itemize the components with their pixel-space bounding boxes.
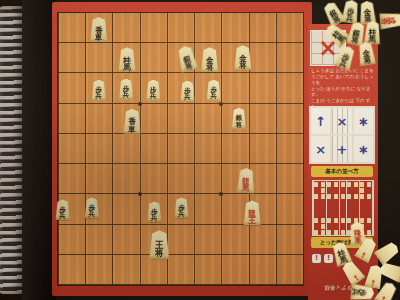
- piece-kanji: ↑: [369, 279, 377, 288]
- setup-mini-piece: [347, 182, 351, 187]
- piece-movement-card: ↑×∗×+∗: [309, 106, 375, 164]
- exclamation-icon: !: [312, 254, 321, 263]
- exclamation-icon: !: [324, 254, 333, 263]
- square-r3c1[interactable]: [58, 73, 85, 103]
- square-r1c3[interactable]: [112, 13, 139, 43]
- setup-mini-piece: [334, 194, 338, 199]
- movement-diagram: ↑: [311, 108, 330, 134]
- square-r3c7[interactable]: [221, 73, 248, 103]
- board-grid: 香車桂馬銀将金将金将歩兵歩兵歩兵歩兵歩兵香車銀将龍馬歩兵歩兵歩兵歩兵龍王王将: [58, 13, 303, 285]
- square-r5c6[interactable]: [194, 134, 221, 164]
- square-r7c3[interactable]: [112, 194, 139, 224]
- piece-kanji: 将: [236, 121, 243, 127]
- piece-kanji: 兵: [96, 93, 103, 99]
- square-r9c2[interactable]: [85, 255, 112, 285]
- star-point: [138, 102, 142, 106]
- square-r2c4[interactable]: [140, 43, 167, 73]
- movement-arrow-glyph: ∗: [358, 143, 369, 156]
- setup-mini-piece: [334, 182, 338, 187]
- square-r1c4[interactable]: [140, 13, 167, 43]
- setup-mini-piece: [321, 194, 325, 199]
- movement-arrow-glyph: ∗: [358, 115, 369, 128]
- piece-kanji: 将: [206, 64, 214, 71]
- movement-arrow-glyph: ×: [337, 115, 348, 128]
- setup-mini-piece: [354, 194, 358, 199]
- square-r4c5[interactable]: [167, 104, 194, 134]
- setup-mini-piece: [341, 230, 345, 235]
- square-r9c5[interactable]: [167, 255, 194, 285]
- piece-kanji: 将: [184, 62, 193, 71]
- square-r8c3[interactable]: [112, 225, 139, 255]
- square-r4c8[interactable]: [249, 104, 276, 134]
- square-r7c9[interactable]: [276, 194, 303, 224]
- shogi-piece-歩兵[interactable]: 歩兵: [340, 0, 360, 24]
- piece-kanji: 兵: [150, 93, 157, 99]
- square-r8c1[interactable]: [58, 225, 85, 255]
- square-r2c9[interactable]: [276, 43, 303, 73]
- setup-mini-piece: [327, 218, 331, 223]
- setup-mini-piece: [314, 218, 318, 223]
- square-r8c2[interactable]: [85, 225, 112, 255]
- piece-kanji: 兵: [184, 94, 191, 100]
- starting-setup-diagram: [312, 180, 374, 236]
- square-r2c1[interactable]: [58, 43, 85, 73]
- piece-kanji: 将: [350, 36, 359, 45]
- piece-kanji: 兵: [345, 14, 353, 22]
- setup-mini-piece: [321, 224, 325, 229]
- setup-mini-piece: [334, 218, 338, 223]
- setup-mini-piece: [354, 218, 358, 223]
- movement-diagram: +: [332, 136, 351, 162]
- square-r5c8[interactable]: [249, 134, 276, 164]
- setup-mini-piece: [341, 194, 345, 199]
- square-r6c4[interactable]: [140, 164, 167, 194]
- setup-mini-piece: [321, 182, 325, 187]
- square-r5c2[interactable]: [85, 134, 112, 164]
- setup-mini-piece: [314, 194, 318, 199]
- piece-kanji: 将: [239, 62, 247, 69]
- square-r5c4[interactable]: [140, 134, 167, 164]
- shogi-board: 香車桂馬銀将金将金将歩兵歩兵歩兵歩兵歩兵香車銀将龍馬歩兵歩兵歩兵歩兵龍王王将: [52, 2, 312, 296]
- square-r8c9[interactable]: [276, 225, 303, 255]
- square-r4c1[interactable]: [58, 104, 85, 134]
- movement-arrow-glyph: +: [337, 143, 348, 156]
- setup-mini-piece: [327, 182, 331, 187]
- square-r6c6[interactable]: [194, 164, 221, 194]
- piece-kanji: ↑: [351, 273, 360, 283]
- square-r5c9[interactable]: [276, 134, 303, 164]
- setup-mini-piece: [347, 230, 351, 235]
- setup-mini-piece: [367, 230, 371, 235]
- piece-kanji: 車: [354, 236, 362, 244]
- setup-mini-piece: [360, 194, 364, 199]
- setup-mini-piece: [367, 218, 371, 223]
- square-r4c6[interactable]: [194, 104, 221, 134]
- setup-mini-piece: [360, 182, 364, 187]
- square-r5c3[interactable]: [112, 134, 139, 164]
- setup-mini-piece: [360, 218, 364, 223]
- square-r9c6[interactable]: [194, 255, 221, 285]
- piece-kanji: 馬: [368, 35, 376, 43]
- square-r4c4[interactable]: [140, 104, 167, 134]
- piece-kanji: 馬: [123, 64, 131, 71]
- square-r1c9[interactable]: [276, 13, 303, 43]
- square-r9c7[interactable]: [221, 255, 248, 285]
- piece-kanji: 兵: [123, 92, 130, 98]
- square-r6c2[interactable]: [85, 164, 112, 194]
- square-r5c5[interactable]: [167, 134, 194, 164]
- square-r8c8[interactable]: [249, 225, 276, 255]
- setup-mini-piece: [321, 218, 325, 223]
- piece-kanji: 馬: [242, 185, 250, 193]
- setup-mini-piece: [347, 218, 351, 223]
- setup-mini-piece: [347, 194, 351, 199]
- square-r8c7[interactable]: [221, 225, 248, 255]
- piece-kanji: 将: [331, 15, 341, 25]
- setup-mini-piece: [341, 218, 345, 223]
- piece-kanji: 将: [363, 56, 371, 64]
- rules-text: しょうぎは おたがいに こまを うごかして あいての おうしょうを とった ほう…: [311, 68, 375, 104]
- square-r4c2[interactable]: [85, 104, 112, 134]
- square-r4c9[interactable]: [276, 104, 303, 134]
- square-r1c8[interactable]: [249, 13, 276, 43]
- square-r1c6[interactable]: [194, 13, 221, 43]
- setup-mini-piece: [321, 188, 325, 193]
- movement-diagram: ×: [311, 136, 330, 162]
- square-r6c9[interactable]: [276, 164, 303, 194]
- setup-mini-piece: [354, 182, 358, 187]
- setup-mini-piece: [327, 194, 331, 199]
- board-case-edge: [22, 0, 56, 300]
- square-r3c8[interactable]: [249, 73, 276, 103]
- movement-diagram: ×: [332, 108, 351, 134]
- setup-mini-piece: [341, 182, 345, 187]
- square-r1c1[interactable]: [58, 13, 85, 43]
- piece-kanji: 兵: [210, 93, 217, 99]
- square-r8c5[interactable]: [167, 225, 194, 255]
- setup-mini-piece: [314, 182, 318, 187]
- piece-kanji: 車: [128, 125, 136, 132]
- setup-mini-piece: [360, 188, 364, 193]
- square-r6c5[interactable]: [167, 164, 194, 194]
- square-r6c3[interactable]: [112, 164, 139, 194]
- setup-mini-piece: [334, 230, 338, 235]
- square-r9c3[interactable]: [112, 255, 139, 285]
- photo-shogi-set: 香車桂馬銀将金将金将歩兵歩兵歩兵歩兵歩兵香車銀将龍馬歩兵歩兵歩兵歩兵龍王王将 ×…: [0, 0, 400, 300]
- square-r1c7[interactable]: [221, 13, 248, 43]
- square-r9c1[interactable]: [58, 255, 85, 285]
- setup-mini-piece: [367, 194, 371, 199]
- square-r2c8[interactable]: [249, 43, 276, 73]
- setup-mini-piece: [367, 182, 371, 187]
- setup-mini-piece: [321, 230, 325, 235]
- shogi-piece-金将[interactable]: 金将: [358, 0, 377, 24]
- square-r7c6[interactable]: [194, 194, 221, 224]
- piece-kanji: 将: [155, 249, 164, 258]
- piece-kanji: 王: [248, 217, 256, 224]
- square-r9c8[interactable]: [249, 255, 276, 285]
- piece-kanji: 兵: [89, 211, 96, 217]
- movement-diagram: ∗: [354, 136, 373, 162]
- piece-kanji: 兵: [59, 213, 66, 219]
- label-setup: 基本の並べ方: [311, 166, 373, 177]
- square-r9c9[interactable]: [276, 255, 303, 285]
- square-r5c7[interactable]: [221, 134, 248, 164]
- square-r2c2[interactable]: [85, 43, 112, 73]
- movement-arrow-glyph: ×: [315, 143, 326, 156]
- piece-kanji: ↑: [378, 295, 387, 300]
- square-r1c5[interactable]: [167, 13, 194, 43]
- square-r5c1[interactable]: [58, 134, 85, 164]
- square-r9c4[interactable]: [140, 255, 167, 285]
- piece-kanji: 車: [95, 34, 103, 41]
- square-r8c6[interactable]: [194, 225, 221, 255]
- piece-kanji: 兵: [178, 211, 185, 217]
- piece-kanji: 兵: [338, 59, 348, 69]
- square-r6c1[interactable]: [58, 164, 85, 194]
- setup-mini-piece: [314, 230, 318, 235]
- piece-kanji: 兵: [351, 288, 359, 296]
- shogi-piece-成香[interactable]: 成香: [379, 11, 400, 30]
- square-r3c9[interactable]: [276, 73, 303, 103]
- piece-kanji: 香: [380, 17, 388, 25]
- movement-arrow-glyph: ↑: [315, 115, 326, 128]
- piece-kanji: 兵: [151, 215, 158, 221]
- movement-diagram: ∗: [354, 108, 373, 134]
- setup-mini-piece: [327, 230, 331, 235]
